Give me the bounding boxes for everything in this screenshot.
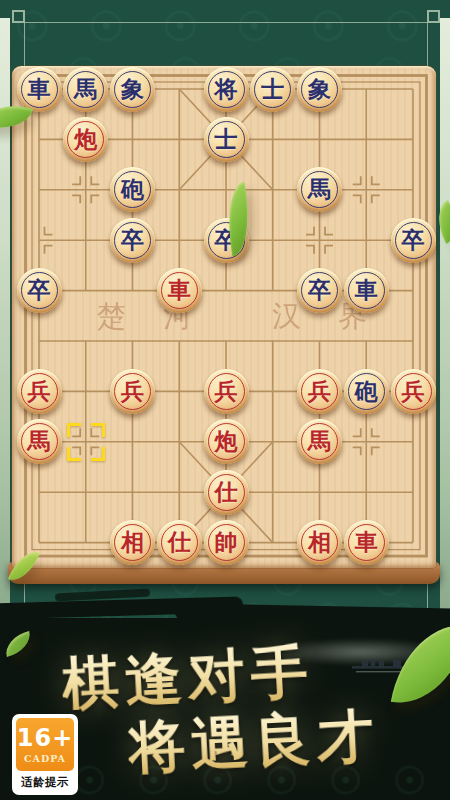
black-piece-卒[interactable]: 卒	[17, 268, 62, 313]
black-piece-車[interactable]: 車	[17, 67, 62, 112]
piece-glyph: 兵	[121, 379, 144, 402]
red-piece-馬[interactable]: 馬	[17, 419, 62, 464]
red-piece-車[interactable]: 車	[344, 520, 389, 565]
piece-glyph: 将	[215, 77, 238, 100]
black-piece-車[interactable]: 車	[344, 268, 389, 313]
piece-glyph: 士	[215, 127, 238, 150]
piece-glyph: 砲	[121, 177, 144, 200]
piece-glyph: 兵	[28, 379, 51, 402]
age-rating-org: CADPA	[24, 754, 66, 764]
piece-glyph: 馬	[308, 429, 331, 452]
red-piece-車[interactable]: 車	[157, 268, 202, 313]
age-rating-box: 16+ CADPA	[16, 718, 74, 771]
black-piece-卒[interactable]: 卒	[391, 218, 436, 263]
piece-glyph: 仕	[168, 530, 191, 553]
age-rating-label: 适龄提示	[16, 775, 74, 790]
red-piece-馬[interactable]: 馬	[297, 419, 342, 464]
black-piece-馬[interactable]: 馬	[297, 167, 342, 212]
red-piece-兵[interactable]: 兵	[17, 369, 62, 414]
piece-glyph: 馬	[74, 77, 97, 100]
black-piece-馬[interactable]: 馬	[63, 67, 108, 112]
black-piece-卒[interactable]: 卒	[110, 218, 155, 263]
black-piece-砲[interactable]: 砲	[344, 369, 389, 414]
piece-glyph: 車	[355, 278, 378, 301]
piece-glyph: 帥	[215, 530, 238, 553]
black-piece-象[interactable]: 象	[297, 67, 342, 112]
red-piece-仕[interactable]: 仕	[157, 520, 202, 565]
red-piece-相[interactable]: 相	[297, 520, 342, 565]
black-piece-士[interactable]: 士	[250, 67, 295, 112]
red-piece-仕[interactable]: 仕	[204, 470, 249, 515]
piece-glyph: 炮	[215, 429, 238, 452]
slogan-line-2: 将遇良才	[126, 697, 382, 787]
red-piece-相[interactable]: 相	[110, 520, 155, 565]
age-rating-badge: 16+ CADPA 适龄提示	[12, 714, 78, 795]
red-piece-炮[interactable]: 炮	[204, 419, 249, 464]
age-rating-number: 16+	[17, 726, 74, 750]
piece-glyph: 車	[168, 278, 191, 301]
black-piece-砲[interactable]: 砲	[110, 167, 155, 212]
black-piece-卒[interactable]: 卒	[297, 268, 342, 313]
piece-glyph: 卒	[402, 228, 425, 251]
red-piece-兵[interactable]: 兵	[204, 369, 249, 414]
red-piece-兵[interactable]: 兵	[297, 369, 342, 414]
red-piece-帥[interactable]: 帥	[204, 520, 249, 565]
frame-corner-icon	[12, 10, 25, 23]
piece-glyph: 象	[308, 77, 331, 100]
piece-glyph: 馬	[28, 429, 51, 452]
red-piece-兵[interactable]: 兵	[110, 369, 155, 414]
piece-glyph: 卒	[121, 228, 144, 251]
piece-glyph: 象	[121, 77, 144, 100]
black-piece-将[interactable]: 将	[204, 67, 249, 112]
piece-glyph: 卒	[28, 278, 51, 301]
piece-glyph: 車	[355, 530, 378, 553]
black-piece-士[interactable]: 士	[204, 117, 249, 162]
piece-glyph: 兵	[402, 379, 425, 402]
red-piece-兵[interactable]: 兵	[391, 369, 436, 414]
piece-glyph: 士	[261, 77, 284, 100]
red-piece-炮[interactable]: 炮	[63, 117, 108, 162]
piece-glyph: 車	[28, 77, 51, 100]
last-move-origin-marker	[67, 423, 105, 461]
piece-glyph: 相	[121, 530, 144, 553]
piece-glyph: 砲	[355, 379, 378, 402]
black-piece-象[interactable]: 象	[110, 67, 155, 112]
piece-glyph: 相	[308, 530, 331, 553]
piece-glyph: 兵	[215, 379, 238, 402]
piece-glyph: 炮	[74, 127, 97, 150]
piece-glyph: 兵	[308, 379, 331, 402]
app-screen: 楚 河汉 界 車馬象将士象炮士砲馬卒卒卒卒車卒車兵兵兵兵砲兵馬炮馬仕相仕帥相車 …	[0, 0, 450, 800]
piece-glyph: 馬	[308, 177, 331, 200]
piece-glyph: 卒	[308, 278, 331, 301]
piece-glyph: 仕	[215, 480, 238, 503]
frame-corner-icon	[427, 10, 440, 23]
